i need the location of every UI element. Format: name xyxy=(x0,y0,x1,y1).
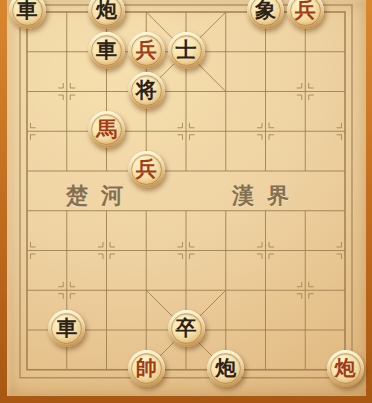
piece-character: 馬 xyxy=(96,118,117,139)
piece-black-general[interactable]: 将 xyxy=(128,72,165,109)
piece-character: 帥 xyxy=(136,357,157,378)
piece-black-advisor[interactable]: 士 xyxy=(168,32,205,69)
piece-character: 兵 xyxy=(136,158,157,179)
piece-black-chariot[interactable]: 車 xyxy=(88,32,125,69)
piece-red-cannon[interactable]: 炮 xyxy=(327,350,364,387)
piece-red-soldier[interactable]: 兵 xyxy=(128,151,165,188)
piece-character: 卒 xyxy=(176,317,197,338)
piece-character: 炮 xyxy=(335,357,356,378)
piece-character: 兵 xyxy=(136,39,157,60)
xiangqi-board[interactable]: 楚河 漢界 車炮象兵車兵士将馬兵車卒帥炮炮 xyxy=(7,0,366,396)
piece-red-soldier[interactable]: 兵 xyxy=(128,32,165,69)
piece-character: 炮 xyxy=(96,0,117,20)
piece-character: 車 xyxy=(56,317,77,338)
piece-black-chariot[interactable]: 車 xyxy=(48,310,85,347)
piece-character: 象 xyxy=(255,0,276,20)
piece-black-cannon[interactable]: 炮 xyxy=(207,350,244,387)
piece-red-general[interactable]: 帥 xyxy=(128,350,165,387)
piece-black-soldier[interactable]: 卒 xyxy=(168,310,205,347)
piece-red-horse[interactable]: 馬 xyxy=(88,111,125,148)
piece-character: 士 xyxy=(176,39,197,60)
piece-character: 炮 xyxy=(215,357,236,378)
piece-character: 車 xyxy=(17,0,38,20)
xiangqi-app-window: 楚河 漢界 車炮象兵車兵士将馬兵車卒帥炮炮 xyxy=(0,0,372,403)
river-label-left: 楚河 xyxy=(66,180,136,210)
piece-character: 兵 xyxy=(295,0,316,20)
river-label-right: 漢界 xyxy=(232,180,302,210)
piece-character: 将 xyxy=(136,79,157,100)
piece-character: 車 xyxy=(96,39,117,60)
